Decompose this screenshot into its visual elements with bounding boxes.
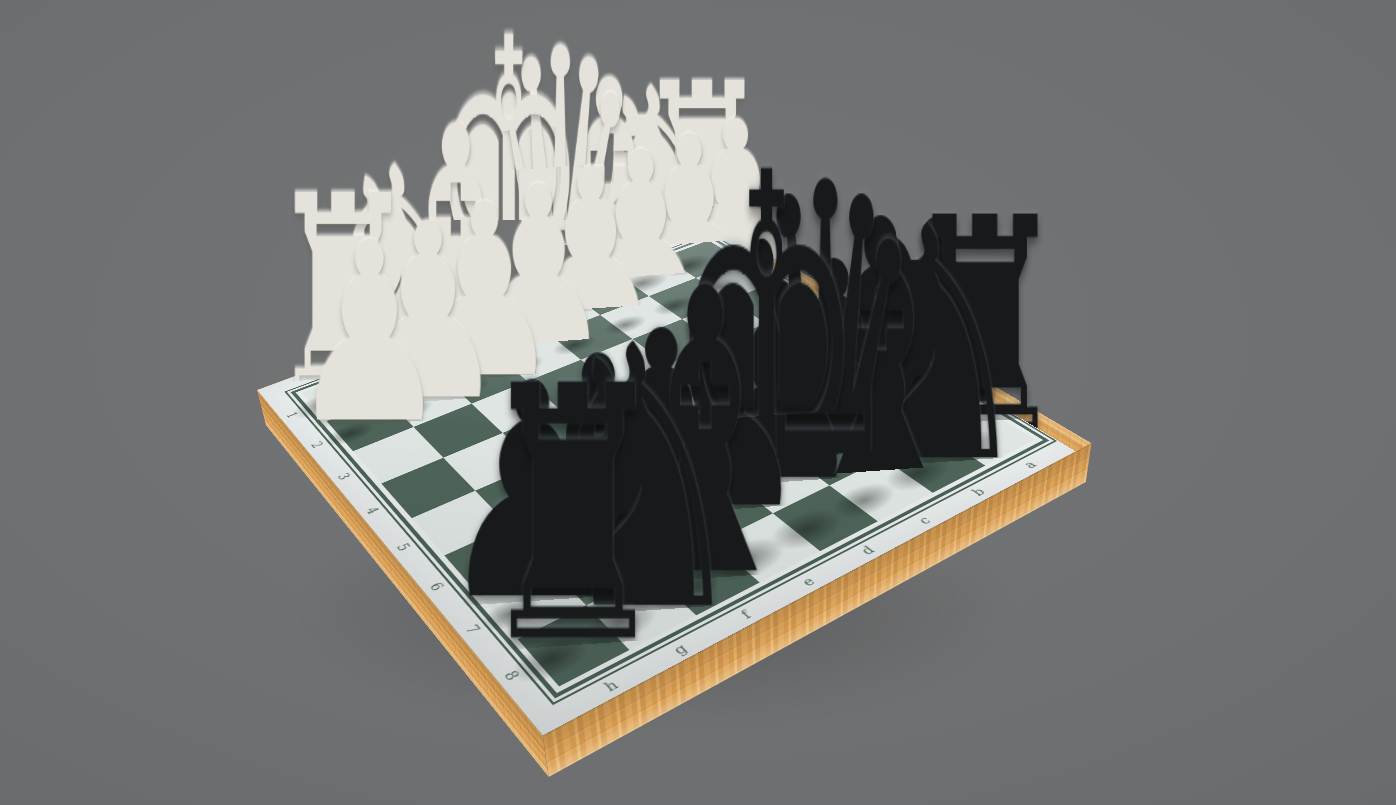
- rank-label-far-4: 4: [819, 295, 879, 323]
- square-h8: [518, 605, 630, 686]
- piece-shadow: [548, 579, 691, 672]
- square-g8: [586, 573, 696, 650]
- square-h3: [353, 427, 443, 484]
- square-h4: [381, 458, 475, 518]
- square-a8: [935, 409, 1035, 466]
- rank-label-far-7: 7: [946, 369, 1011, 402]
- square-h7: [480, 564, 587, 639]
- square-g7: [546, 534, 651, 605]
- square-d7: [729, 452, 829, 513]
- rank-label-far-5: 5: [858, 318, 919, 347]
- square-e7: [671, 478, 773, 542]
- rank-label-far-8: 8: [994, 398, 1061, 433]
- scene-3d: 8877665544332211aabbccddeeffgghh ♜♞♝♛♚♝♞…: [0, 0, 1396, 805]
- piece-shadow: [713, 466, 809, 522]
- square-d8: [773, 485, 878, 551]
- piece-shadow: [876, 392, 966, 441]
- square-f8: [651, 543, 759, 616]
- square-e8: [714, 513, 821, 582]
- square-b7: [838, 403, 936, 459]
- piece-white-rook-a1: ♜: [624, 0, 781, 258]
- piece-shadow: [824, 415, 916, 466]
- render-viewport: 8877665544332211aabbccddeeffgghh ♜♞♝♛♚♝♞…: [0, 0, 1396, 805]
- square-g6: [509, 498, 610, 564]
- piece-shadow: [910, 414, 1029, 481]
- board-surface: 8877665544332211aabbccddeeffgghh: [257, 221, 1091, 735]
- square-f7: [610, 506, 714, 574]
- square-h6: [444, 526, 546, 596]
- square-f5: [536, 439, 631, 498]
- square-g5: [475, 464, 571, 526]
- piece-shadow: [619, 551, 750, 634]
- piece-shadow: [770, 440, 864, 494]
- square-h5: [412, 491, 510, 556]
- piece-shadow: [526, 550, 630, 615]
- square-b8: [884, 433, 986, 493]
- square-d6: [688, 421, 784, 478]
- square-e6: [631, 446, 729, 506]
- chessboard: 8877665544332211aabbccddeeffgghh ♜♞♝♛♚♝♞…: [257, 221, 1091, 735]
- piece-shadow: [803, 466, 925, 537]
- square-c8: [829, 459, 932, 522]
- square-e5: [594, 415, 688, 471]
- piece-shadow: [591, 520, 692, 582]
- piece-shadow: [653, 492, 752, 551]
- squares-grid: [302, 240, 1036, 686]
- rank-label-far-6: 6: [901, 343, 964, 374]
- piece-shadow: [854, 438, 981, 510]
- square-f6: [572, 471, 671, 534]
- square-g4: [443, 433, 536, 491]
- piece-shadow: [675, 516, 820, 605]
- piece-shadow: [738, 489, 876, 572]
- piece-shadow: [457, 581, 563, 650]
- square-c7: [785, 427, 884, 485]
